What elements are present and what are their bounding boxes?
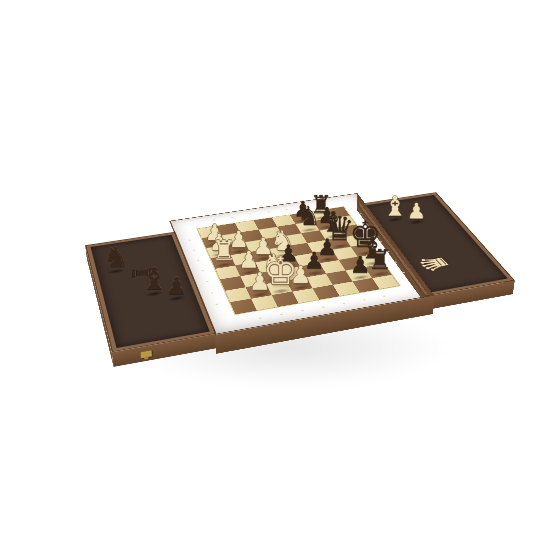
frame-inlay-dot [249,214,252,215]
square-g3 [339,257,365,271]
frame-inlay-dot [387,251,390,253]
product-photo-canvas: { "game": "chess", "product": { "type": … [0,0,560,560]
frame-inlay-dot [267,211,270,212]
frame-inlay-dot [301,310,304,312]
black-rook-lying: ♜ [128,261,155,285]
frame-inlay-dot [373,231,376,233]
black-bishop-standing: ♝ [133,263,175,293]
frame-inlay-dot [188,239,191,241]
piece-shadow [209,251,229,258]
brass-clasp-icon [140,350,153,359]
square-h6 [338,225,363,237]
frame-inlay-dot [380,241,383,243]
frame-inlay-dot [215,304,218,306]
frame-inlay-dot [201,270,204,272]
square-h5 [344,234,369,247]
square-b2: ♟ [246,284,272,299]
frame-inlay-dot [280,313,283,315]
frame-inlay-dot [303,206,306,207]
frame-inlay-dot [366,222,369,223]
square-c4 [255,259,280,273]
white-bishop-standing: ♝ [376,193,413,220]
frame-inlay-dot [285,209,288,210]
piece-shadow [370,270,391,277]
piece-shadow [254,255,274,262]
frame-inlay-dot [206,281,209,283]
frame-inlay-dot [322,306,325,308]
frame-inlay-dot [210,292,213,294]
square-c1 [272,292,299,307]
frame-inlay-dot [193,249,196,251]
board-playfield: ♟♜♟♞♟♟♟♝♜♟♞♛♟♟♟♚♞♟♝♟♚♟♟♜ [196,206,401,315]
square-a5: ♜ [211,255,236,269]
piece-shadow [386,217,405,223]
piece-shadow [166,295,187,303]
frame-inlay-dot [342,302,345,304]
black-pawn-standing: ♟ [155,275,197,299]
frame-inlay-dot [394,261,397,263]
frame-inlay-dot [383,295,386,297]
frame-inlay-dot [359,213,362,214]
frame-inlay-dot [321,203,324,204]
frame-inlay-dot [212,220,215,221]
piece-shadow [144,290,165,298]
frame-inlay-dot [231,217,234,218]
chess-board: ♟♜♟♞♟♟♟♝♜♟♞♛♟♟♟♚♞♟♝♟♚♟♟♜ [198,207,400,314]
piece-shadow [106,268,126,275]
piece-shadow [250,291,272,299]
frame-inlay-dot [402,272,405,274]
square-e1 [313,285,340,300]
frame-inlay-dot [363,299,366,301]
frame-inlay-dot [259,317,262,319]
frame-inlay-dot [197,259,200,261]
black-knight-standing: ♞ [96,243,137,271]
piece-shadow [407,219,426,225]
